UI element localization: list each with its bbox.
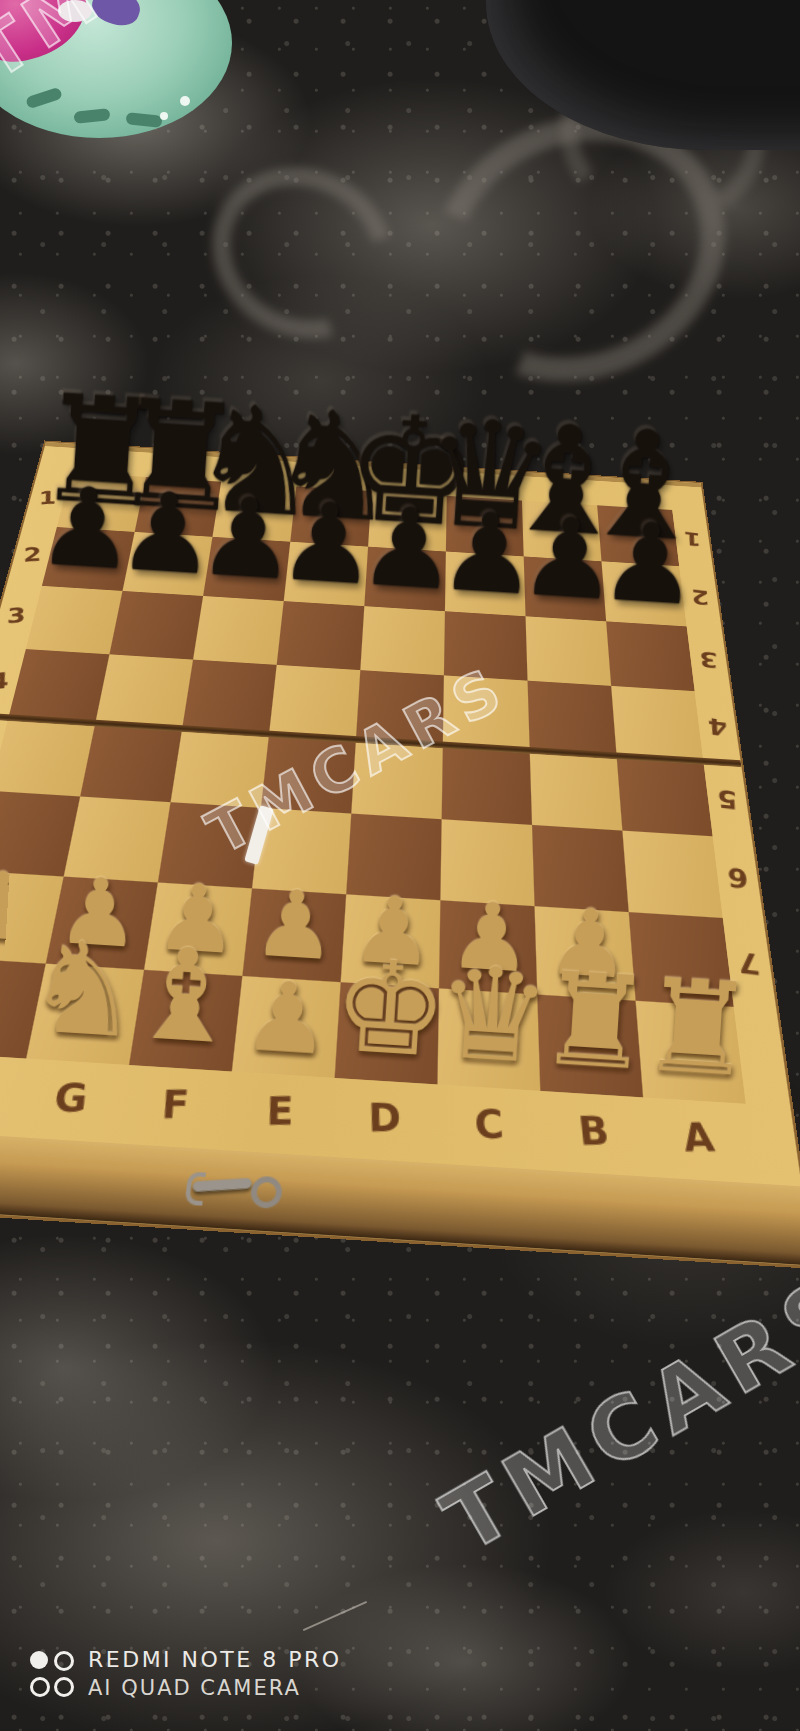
camera-watermark-line2: AI QUAD CAMERA [88,1676,301,1700]
toy-hole [180,96,190,106]
logo-circle [54,1651,74,1671]
pieces-layer: ♜♜♞♞♚♛♝♝♟♟♟♟♟♟♟♟♟♟♟♟♟♟♟♞♝♟♚♛♜♜ [0,442,800,1266]
piece-white-bishop-f8: ♝ [124,929,246,1064]
board-plane: GFEDCBA12341234567 ♜♜♞♞♚♛♝♝♟♟♟♟♟♟♟♟♟♟♟♟♟… [0,442,800,1266]
piece-white-pawn-e8: ♟ [240,967,333,1069]
logo-circle [30,1677,50,1697]
logo-circle [30,1651,48,1669]
piece-black-pawn-a2: ♟ [597,507,701,622]
quad-camera-logo-icon [30,1651,76,1711]
photo-scene: GFEDCBA12341234567 ♜♜♞♞♚♛♝♝♟♟♟♟♟♟♟♟♟♟♟♟♟… [0,0,800,1731]
chess-board-scene: GFEDCBA12341234567 ♜♜♞♞♚♛♝♝♟♟♟♟♟♟♟♟♟♟♟♟♟… [0,442,701,1242]
piece-white-rook-a8: ♜ [637,962,759,1097]
camera-watermark-line1: REDMI NOTE 8 PRO [88,1647,342,1672]
logo-circle [54,1677,74,1697]
toy-hole [160,112,168,120]
